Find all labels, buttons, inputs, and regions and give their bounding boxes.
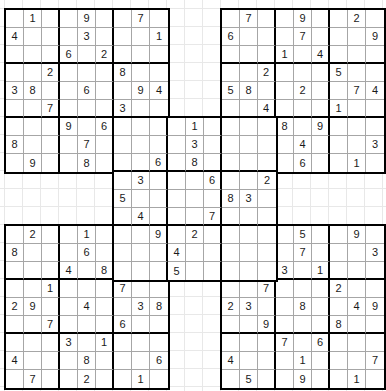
cell-r11c12[interactable] — [204, 190, 222, 208]
cell-r7c18[interactable]: 9 — [312, 118, 330, 136]
cell-r15c14[interactable] — [240, 262, 258, 280]
cell-r4c19[interactable]: 5 — [330, 64, 348, 82]
cell-r1c18[interactable] — [312, 10, 330, 28]
cell-r14c11[interactable] — [186, 244, 204, 262]
cell-r13c2[interactable]: 2 — [24, 226, 42, 244]
cell-r6c3[interactable]: 7 — [42, 100, 60, 118]
cell-r1c4[interactable] — [60, 10, 78, 28]
cell-r1c5[interactable]: 9 — [78, 10, 96, 28]
cell-r7c14[interactable] — [240, 118, 258, 136]
cell-r9c10[interactable] — [168, 154, 186, 172]
cell-r8c10[interactable] — [168, 136, 186, 154]
cell-r17c8[interactable]: 3 — [132, 298, 150, 316]
cell-r10c9[interactable] — [150, 172, 168, 190]
cell-r10c15[interactable]: 2 — [258, 172, 276, 190]
cell-r14c16[interactable] — [276, 244, 294, 262]
cell-r1c16[interactable] — [276, 10, 294, 28]
cell-r2c18[interactable] — [312, 28, 330, 46]
cell-r13c3[interactable] — [42, 226, 60, 244]
cell-r13c18[interactable] — [312, 226, 330, 244]
cell-r18c5[interactable] — [78, 316, 96, 334]
cell-r7c2[interactable] — [24, 118, 42, 136]
cell-r15c9[interactable] — [150, 262, 168, 280]
cell-r19c14[interactable] — [240, 334, 258, 352]
cell-r18c2[interactable] — [24, 316, 42, 334]
cell-r4c4[interactable] — [60, 64, 78, 82]
cell-r1c3[interactable] — [42, 10, 60, 28]
cell-r12c7[interactable] — [114, 208, 132, 226]
cell-r2c15[interactable] — [258, 28, 276, 46]
cell-r9c13[interactable] — [222, 154, 240, 172]
cell-r10c12[interactable]: 6 — [204, 172, 222, 190]
cell-r18c8[interactable] — [132, 316, 150, 334]
cell-r20c7[interactable] — [114, 352, 132, 370]
cell-r8c16[interactable] — [276, 136, 294, 154]
cell-r5c3[interactable] — [42, 82, 60, 100]
cell-r6c16[interactable] — [276, 100, 294, 118]
cell-r4c9[interactable] — [150, 64, 168, 82]
cell-r21c19[interactable] — [330, 370, 348, 388]
cell-r2c1[interactable]: 4 — [6, 28, 24, 46]
cell-r21c2[interactable]: 7 — [24, 370, 42, 388]
cell-r1c13[interactable] — [222, 10, 240, 28]
cell-r6c20[interactable] — [348, 100, 366, 118]
cell-r1c17[interactable]: 9 — [294, 10, 312, 28]
cell-r13c12[interactable] — [204, 226, 222, 244]
cell-r13c13[interactable] — [222, 226, 240, 244]
cell-r4c18[interactable] — [312, 64, 330, 82]
cell-r16c21[interactable] — [366, 280, 384, 298]
cell-r4c8[interactable] — [132, 64, 150, 82]
cell-r4c3[interactable]: 2 — [42, 64, 60, 82]
cell-r13c16[interactable] — [276, 226, 294, 244]
cell-r6c4[interactable] — [60, 100, 78, 118]
cell-r4c20[interactable] — [348, 64, 366, 82]
cell-r3c8[interactable] — [132, 46, 150, 64]
cell-r20c4[interactable] — [60, 352, 78, 370]
cell-r21c13[interactable] — [222, 370, 240, 388]
cell-r5c19[interactable] — [330, 82, 348, 100]
cell-r17c7[interactable] — [114, 298, 132, 316]
cell-r13c20[interactable]: 9 — [348, 226, 366, 244]
cell-r9c16[interactable] — [276, 154, 294, 172]
cell-r9c19[interactable] — [330, 154, 348, 172]
cell-r21c17[interactable]: 9 — [294, 370, 312, 388]
cell-r20c2[interactable] — [24, 352, 42, 370]
cell-r16c19[interactable]: 2 — [330, 280, 348, 298]
cell-r5c5[interactable]: 6 — [78, 82, 96, 100]
cell-r21c15[interactable] — [258, 370, 276, 388]
cell-r12c14[interactable] — [240, 208, 258, 226]
cell-r19c20[interactable] — [348, 334, 366, 352]
cell-r10c8[interactable]: 3 — [132, 172, 150, 190]
cell-r11c15[interactable] — [258, 190, 276, 208]
cell-r3c17[interactable] — [294, 46, 312, 64]
cell-r15c19[interactable] — [330, 262, 348, 280]
cell-r2c20[interactable] — [348, 28, 366, 46]
cell-r16c7[interactable]: 7 — [114, 280, 132, 298]
cell-r16c13[interactable] — [222, 280, 240, 298]
cell-r12c10[interactable] — [168, 208, 186, 226]
cell-r15c15[interactable] — [258, 262, 276, 280]
cell-r14c3[interactable] — [42, 244, 60, 262]
cell-r2c17[interactable]: 7 — [294, 28, 312, 46]
cell-r21c5[interactable]: 2 — [78, 370, 96, 388]
cell-r20c15[interactable] — [258, 352, 276, 370]
cell-r7c16[interactable]: 8 — [276, 118, 294, 136]
cell-r13c5[interactable]: 1 — [78, 226, 96, 244]
cell-r18c14[interactable] — [240, 316, 258, 334]
cell-r13c1[interactable] — [6, 226, 24, 244]
cell-r14c17[interactable]: 7 — [294, 244, 312, 262]
cell-r6c5[interactable] — [78, 100, 96, 118]
cell-r18c21[interactable] — [366, 316, 384, 334]
cell-r3c5[interactable] — [78, 46, 96, 64]
cell-r11c9[interactable] — [150, 190, 168, 208]
cell-r18c7[interactable]: 6 — [114, 316, 132, 334]
cell-r20c1[interactable]: 4 — [6, 352, 24, 370]
cell-r2c6[interactable] — [96, 28, 114, 46]
cell-r2c8[interactable] — [132, 28, 150, 46]
cell-r7c10[interactable] — [168, 118, 186, 136]
cell-r2c2[interactable] — [24, 28, 42, 46]
cell-r15c2[interactable] — [24, 262, 42, 280]
cell-r16c18[interactable] — [312, 280, 330, 298]
cell-r19c2[interactable] — [24, 334, 42, 352]
cell-r3c6[interactable]: 2 — [96, 46, 114, 64]
cell-r3c20[interactable] — [348, 46, 366, 64]
cell-r9c7[interactable] — [114, 154, 132, 172]
cell-r20c19[interactable] — [330, 352, 348, 370]
cell-r13c11[interactable]: 2 — [186, 226, 204, 244]
cell-r7c8[interactable] — [132, 118, 150, 136]
cell-r21c6[interactable] — [96, 370, 114, 388]
cell-r9c12[interactable] — [204, 154, 222, 172]
cell-r8c19[interactable] — [330, 136, 348, 154]
cell-r9c11[interactable]: 8 — [186, 154, 204, 172]
cell-r3c18[interactable]: 4 — [312, 46, 330, 64]
cell-r4c1[interactable] — [6, 64, 24, 82]
cell-r20c17[interactable]: 1 — [294, 352, 312, 370]
cell-r2c3[interactable] — [42, 28, 60, 46]
cell-r14c4[interactable] — [60, 244, 78, 262]
cell-r17c16[interactable] — [276, 298, 294, 316]
cell-r9c18[interactable] — [312, 154, 330, 172]
cell-r19c3[interactable] — [42, 334, 60, 352]
cell-r20c20[interactable] — [348, 352, 366, 370]
cell-r8c4[interactable] — [60, 136, 78, 154]
cell-r16c14[interactable] — [240, 280, 258, 298]
cell-r18c17[interactable] — [294, 316, 312, 334]
cell-r4c13[interactable] — [222, 64, 240, 82]
cell-r8c13[interactable] — [222, 136, 240, 154]
cell-r20c9[interactable]: 6 — [150, 352, 168, 370]
cell-r1c20[interactable]: 2 — [348, 10, 366, 28]
cell-r4c14[interactable] — [240, 64, 258, 82]
cell-r3c15[interactable] — [258, 46, 276, 64]
cell-r15c16[interactable]: 3 — [276, 262, 294, 280]
cell-r12c12[interactable]: 7 — [204, 208, 222, 226]
cell-r19c1[interactable] — [6, 334, 24, 352]
cell-r8c3[interactable] — [42, 136, 60, 154]
cell-r18c9[interactable] — [150, 316, 168, 334]
cell-r8c14[interactable] — [240, 136, 258, 154]
cell-r14c19[interactable] — [330, 244, 348, 262]
cell-r7c12[interactable] — [204, 118, 222, 136]
cell-r5c17[interactable]: 2 — [294, 82, 312, 100]
cell-r1c21[interactable] — [366, 10, 384, 28]
cell-r17c13[interactable]: 2 — [222, 298, 240, 316]
cell-r16c17[interactable] — [294, 280, 312, 298]
cell-r15c1[interactable] — [6, 262, 24, 280]
cell-r7c15[interactable] — [258, 118, 276, 136]
cell-r7c5[interactable] — [78, 118, 96, 136]
cell-r7c17[interactable] — [294, 118, 312, 136]
cell-r2c16[interactable] — [276, 28, 294, 46]
cell-r17c20[interactable]: 4 — [348, 298, 366, 316]
cell-r6c21[interactable] — [366, 100, 384, 118]
cell-r9c15[interactable] — [258, 154, 276, 172]
cell-r7c3[interactable] — [42, 118, 60, 136]
cell-r2c7[interactable] — [114, 28, 132, 46]
cell-r17c14[interactable]: 3 — [240, 298, 258, 316]
cell-r19c18[interactable]: 6 — [312, 334, 330, 352]
cell-r8c5[interactable]: 7 — [78, 136, 96, 154]
cell-r14c2[interactable] — [24, 244, 42, 262]
cell-r7c9[interactable] — [150, 118, 168, 136]
cell-r11c8[interactable] — [132, 190, 150, 208]
cell-r6c19[interactable]: 1 — [330, 100, 348, 118]
cell-r5c14[interactable]: 8 — [240, 82, 258, 100]
cell-r9c8[interactable] — [132, 154, 150, 172]
cell-r3c19[interactable] — [330, 46, 348, 64]
cell-r9c2[interactable]: 9 — [24, 154, 42, 172]
cell-r19c7[interactable] — [114, 334, 132, 352]
cell-r21c1[interactable] — [6, 370, 24, 388]
cell-r9c5[interactable]: 8 — [78, 154, 96, 172]
cell-r16c15[interactable]: 7 — [258, 280, 276, 298]
cell-r2c5[interactable]: 3 — [78, 28, 96, 46]
cell-r20c5[interactable]: 8 — [78, 352, 96, 370]
cell-r13c15[interactable] — [258, 226, 276, 244]
cell-r17c1[interactable]: 2 — [6, 298, 24, 316]
cell-r19c17[interactable] — [294, 334, 312, 352]
cell-r20c18[interactable] — [312, 352, 330, 370]
cell-r16c8[interactable] — [132, 280, 150, 298]
cell-r8c9[interactable] — [150, 136, 168, 154]
cell-r7c4[interactable]: 9 — [60, 118, 78, 136]
cell-r15c18[interactable]: 1 — [312, 262, 330, 280]
cell-r1c6[interactable] — [96, 10, 114, 28]
cell-r13c21[interactable] — [366, 226, 384, 244]
cell-r14c10[interactable]: 4 — [168, 244, 186, 262]
cell-r1c1[interactable] — [6, 10, 24, 28]
cell-r17c5[interactable]: 4 — [78, 298, 96, 316]
cell-r3c14[interactable] — [240, 46, 258, 64]
cell-r16c2[interactable] — [24, 280, 42, 298]
cell-r18c3[interactable]: 7 — [42, 316, 60, 334]
cell-r1c8[interactable]: 7 — [132, 10, 150, 28]
cell-r12c13[interactable] — [222, 208, 240, 226]
cell-r20c8[interactable] — [132, 352, 150, 370]
cell-r1c19[interactable] — [330, 10, 348, 28]
cell-r17c9[interactable]: 8 — [150, 298, 168, 316]
cell-r18c1[interactable] — [6, 316, 24, 334]
cell-r13c19[interactable] — [330, 226, 348, 244]
cell-r18c15[interactable]: 9 — [258, 316, 276, 334]
cell-r1c7[interactable] — [114, 10, 132, 28]
cell-r7c1[interactable] — [6, 118, 24, 136]
cell-r3c9[interactable] — [150, 46, 168, 64]
cell-r18c19[interactable]: 8 — [330, 316, 348, 334]
cell-r19c4[interactable]: 3 — [60, 334, 78, 352]
cell-r18c4[interactable] — [60, 316, 78, 334]
cell-r5c2[interactable]: 8 — [24, 82, 42, 100]
cell-r15c13[interactable] — [222, 262, 240, 280]
cell-r4c2[interactable] — [24, 64, 42, 82]
cell-r14c1[interactable]: 8 — [6, 244, 24, 262]
cell-r18c16[interactable] — [276, 316, 294, 334]
cell-r5c18[interactable] — [312, 82, 330, 100]
cell-r17c15[interactable] — [258, 298, 276, 316]
cell-r16c1[interactable] — [6, 280, 24, 298]
cell-r4c17[interactable] — [294, 64, 312, 82]
cell-r15c21[interactable] — [366, 262, 384, 280]
cell-r11c10[interactable] — [168, 190, 186, 208]
cell-r14c5[interactable]: 6 — [78, 244, 96, 262]
cell-r8c1[interactable]: 8 — [6, 136, 24, 154]
cell-r20c14[interactable] — [240, 352, 258, 370]
cell-r8c11[interactable]: 3 — [186, 136, 204, 154]
cell-r15c20[interactable] — [348, 262, 366, 280]
cell-r21c21[interactable] — [366, 370, 384, 388]
cell-r13c8[interactable] — [132, 226, 150, 244]
cell-r14c8[interactable] — [132, 244, 150, 262]
cell-r15c10[interactable]: 5 — [168, 262, 186, 280]
cell-r19c21[interactable] — [366, 334, 384, 352]
cell-r19c19[interactable] — [330, 334, 348, 352]
cell-r8c20[interactable] — [348, 136, 366, 154]
cell-r18c13[interactable] — [222, 316, 240, 334]
cell-r18c20[interactable] — [348, 316, 366, 334]
cell-r7c19[interactable] — [330, 118, 348, 136]
cell-r3c2[interactable] — [24, 46, 42, 64]
cell-r19c5[interactable] — [78, 334, 96, 352]
cell-r8c21[interactable]: 3 — [366, 136, 384, 154]
cell-r10c14[interactable] — [240, 172, 258, 190]
cell-r11c13[interactable]: 8 — [222, 190, 240, 208]
cell-r21c9[interactable] — [150, 370, 168, 388]
cell-r17c19[interactable] — [330, 298, 348, 316]
cell-r17c21[interactable]: 9 — [366, 298, 384, 316]
cell-r6c1[interactable] — [6, 100, 24, 118]
cell-r6c18[interactable] — [312, 100, 330, 118]
cell-r8c8[interactable] — [132, 136, 150, 154]
cell-r7c20[interactable] — [348, 118, 366, 136]
cell-r6c2[interactable] — [24, 100, 42, 118]
cell-r15c3[interactable] — [42, 262, 60, 280]
cell-r9c3[interactable] — [42, 154, 60, 172]
cell-r5c9[interactable]: 4 — [150, 82, 168, 100]
cell-r19c16[interactable]: 7 — [276, 334, 294, 352]
cell-r8c12[interactable] — [204, 136, 222, 154]
cell-r16c4[interactable] — [60, 280, 78, 298]
cell-r17c18[interactable] — [312, 298, 330, 316]
cell-r15c8[interactable] — [132, 262, 150, 280]
cell-r5c20[interactable]: 7 — [348, 82, 366, 100]
cell-r13c10[interactable] — [168, 226, 186, 244]
cell-r7c13[interactable] — [222, 118, 240, 136]
cell-r1c15[interactable] — [258, 10, 276, 28]
cell-r2c21[interactable]: 9 — [366, 28, 384, 46]
cell-r3c21[interactable] — [366, 46, 384, 64]
cell-r11c11[interactable] — [186, 190, 204, 208]
cell-r17c2[interactable]: 9 — [24, 298, 42, 316]
cell-r16c3[interactable]: 1 — [42, 280, 60, 298]
cell-r12c15[interactable] — [258, 208, 276, 226]
cell-r4c15[interactable]: 2 — [258, 64, 276, 82]
cell-r14c7[interactable] — [114, 244, 132, 262]
cell-r13c17[interactable]: 5 — [294, 226, 312, 244]
cell-r10c11[interactable] — [186, 172, 204, 190]
cell-r3c7[interactable] — [114, 46, 132, 64]
cell-r15c5[interactable] — [78, 262, 96, 280]
cell-r8c17[interactable]: 4 — [294, 136, 312, 154]
cell-r19c15[interactable] — [258, 334, 276, 352]
cell-r19c9[interactable] — [150, 334, 168, 352]
cell-r14c9[interactable] — [150, 244, 168, 262]
cell-r4c5[interactable] — [78, 64, 96, 82]
cell-r4c16[interactable] — [276, 64, 294, 82]
cell-r3c1[interactable] — [6, 46, 24, 64]
cell-r15c7[interactable] — [114, 262, 132, 280]
cell-r8c2[interactable] — [24, 136, 42, 154]
cell-r7c11[interactable]: 1 — [186, 118, 204, 136]
cell-r12c8[interactable]: 4 — [132, 208, 150, 226]
cell-r15c4[interactable]: 4 — [60, 262, 78, 280]
cell-r6c17[interactable] — [294, 100, 312, 118]
cell-r11c7[interactable]: 5 — [114, 190, 132, 208]
cell-r20c16[interactable] — [276, 352, 294, 370]
cell-r16c6[interactable] — [96, 280, 114, 298]
cell-r2c14[interactable] — [240, 28, 258, 46]
cell-r8c7[interactable] — [114, 136, 132, 154]
cell-r15c11[interactable] — [186, 262, 204, 280]
cell-r17c6[interactable] — [96, 298, 114, 316]
cell-r15c12[interactable] — [204, 262, 222, 280]
cell-r9c17[interactable]: 6 — [294, 154, 312, 172]
cell-r13c7[interactable] — [114, 226, 132, 244]
cell-r8c18[interactable] — [312, 136, 330, 154]
cell-r2c9[interactable]: 1 — [150, 28, 168, 46]
cell-r5c4[interactable] — [60, 82, 78, 100]
cell-r5c16[interactable] — [276, 82, 294, 100]
cell-r9c21[interactable] — [366, 154, 384, 172]
cell-r20c3[interactable] — [42, 352, 60, 370]
cell-r5c1[interactable]: 3 — [6, 82, 24, 100]
cell-r14c20[interactable] — [348, 244, 366, 262]
cell-r14c14[interactable] — [240, 244, 258, 262]
cell-r17c3[interactable] — [42, 298, 60, 316]
cell-r14c21[interactable]: 3 — [366, 244, 384, 262]
cell-r21c4[interactable] — [60, 370, 78, 388]
cell-r21c7[interactable] — [114, 370, 132, 388]
cell-r16c16[interactable] — [276, 280, 294, 298]
cell-r13c14[interactable] — [240, 226, 258, 244]
cell-r9c14[interactable] — [240, 154, 258, 172]
cell-r5c15[interactable] — [258, 82, 276, 100]
cell-r1c2[interactable]: 1 — [24, 10, 42, 28]
